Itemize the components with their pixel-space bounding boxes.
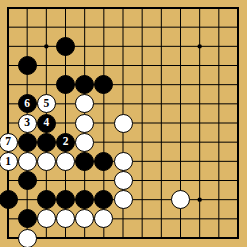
move-6-black-stone: 6 (18, 94, 37, 113)
black-stone (18, 56, 37, 75)
star-point (44, 44, 48, 48)
black-stone (18, 209, 37, 228)
white-stone (114, 171, 133, 190)
move-2-black-stone: 2 (56, 133, 75, 152)
white-stone (114, 152, 133, 171)
move-3-white-stone: 3 (18, 114, 37, 133)
move-number-label: 3 (24, 117, 30, 129)
white-stone (114, 114, 133, 133)
white-stone (114, 190, 133, 209)
white-stone (75, 114, 94, 133)
move-number-label: 1 (5, 156, 11, 168)
white-stone (18, 229, 37, 247)
white-stone (56, 152, 75, 171)
black-stone (56, 37, 75, 56)
black-stone (37, 190, 56, 209)
move-4-black-stone: 4 (37, 114, 56, 133)
move-number-label: 6 (24, 98, 30, 110)
white-stone (75, 133, 94, 152)
go-diagram: 6534721 (0, 0, 247, 247)
move-number-label: 5 (43, 98, 49, 110)
black-stone (0, 190, 18, 209)
white-stone (37, 152, 56, 171)
star-point (197, 197, 201, 201)
move-number-label: 4 (43, 117, 49, 129)
move-1-white-stone: 1 (0, 152, 18, 171)
white-stone (18, 152, 37, 171)
black-stone (37, 133, 56, 152)
black-stone (75, 152, 94, 171)
move-7-white-stone: 7 (0, 133, 18, 152)
star-point (197, 44, 201, 48)
move-number-label: 7 (5, 136, 11, 148)
black-stone (18, 171, 37, 190)
black-stone (18, 133, 37, 152)
move-number-label: 2 (63, 136, 69, 148)
